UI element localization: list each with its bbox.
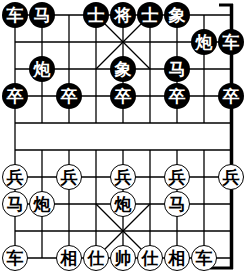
black-soldier[interactable]: 卒 (2, 83, 28, 109)
red-horse[interactable]: 马 (2, 191, 28, 217)
red-advisor[interactable]: 仕 (137, 245, 163, 271)
red-cannon[interactable]: 炮 (29, 191, 55, 217)
black-soldier[interactable]: 卒 (110, 83, 136, 109)
red-soldier[interactable]: 兵 (164, 164, 190, 190)
black-cannon[interactable]: 炮 (29, 56, 55, 82)
red-chariot[interactable]: 车 (2, 245, 28, 271)
black-elephant[interactable]: 象 (164, 2, 190, 28)
red-general[interactable]: 帅 (110, 245, 136, 271)
black-advisor[interactable]: 士 (137, 2, 163, 28)
black-soldier[interactable]: 卒 (218, 83, 244, 109)
red-soldier[interactable]: 兵 (56, 164, 82, 190)
black-soldier[interactable]: 卒 (56, 83, 82, 109)
xiangqi-board: 车马士将士象炮车炮象马卒卒卒卒卒兵兵兵兵兵马炮炮马车相仕帅仕相车 (0, 0, 246, 273)
red-advisor[interactable]: 仕 (83, 245, 109, 271)
black-general[interactable]: 将 (110, 2, 136, 28)
red-soldier[interactable]: 兵 (2, 164, 28, 190)
red-chariot[interactable]: 车 (191, 245, 217, 271)
red-elephant[interactable]: 相 (164, 245, 190, 271)
piece-layer: 车马士将士象炮车炮象马卒卒卒卒卒兵兵兵兵兵马炮炮马车相仕帅仕相车 (2, 2, 245, 272)
black-cannon[interactable]: 炮 (191, 29, 217, 55)
red-elephant[interactable]: 相 (56, 245, 82, 271)
black-elephant[interactable]: 象 (110, 56, 136, 82)
red-soldier[interactable]: 兵 (110, 164, 136, 190)
red-horse[interactable]: 马 (164, 191, 190, 217)
black-horse[interactable]: 马 (164, 56, 190, 82)
red-soldier[interactable]: 兵 (218, 164, 244, 190)
red-cannon[interactable]: 炮 (110, 191, 136, 217)
black-chariot[interactable]: 车 (218, 29, 244, 55)
black-advisor[interactable]: 士 (83, 2, 109, 28)
black-horse[interactable]: 马 (29, 2, 55, 28)
black-soldier[interactable]: 卒 (164, 83, 190, 109)
black-chariot[interactable]: 车 (2, 2, 28, 28)
